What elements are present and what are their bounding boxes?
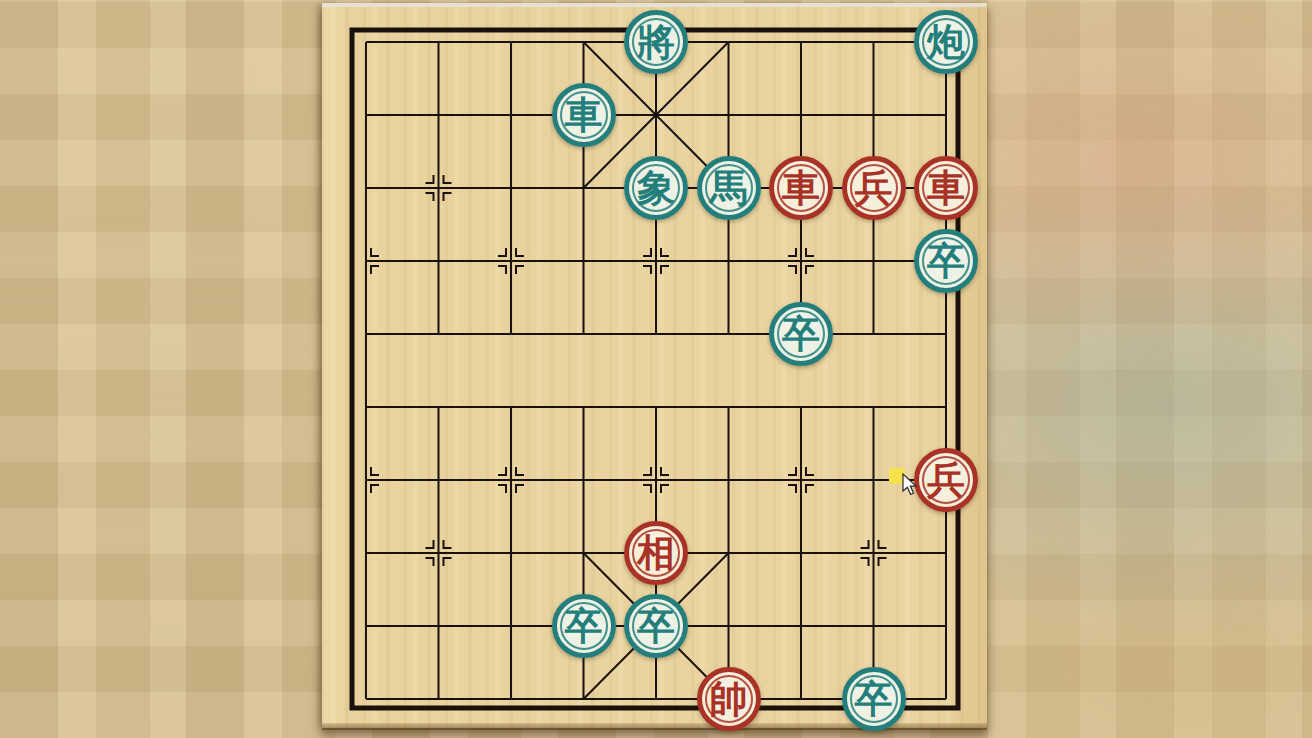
mouse-cursor-icon xyxy=(902,473,924,497)
piece-black-cannon[interactable]: 炮 xyxy=(914,10,978,74)
piece-black-chariot[interactable]: 車 xyxy=(552,83,616,147)
piece-black-soldier[interactable]: 卒 xyxy=(769,302,833,366)
xiangqi-board[interactable]: 將炮車象馬車兵車卒卒兵相卒卒帥卒 xyxy=(322,3,987,728)
piece-black-horse[interactable]: 馬 xyxy=(697,156,761,220)
piece-red-chariot[interactable]: 車 xyxy=(914,156,978,220)
piece-black-soldier[interactable]: 卒 xyxy=(914,229,978,293)
piece-black-soldier[interactable]: 卒 xyxy=(842,667,906,731)
xiangqi-app-window: 將炮車象馬車兵車卒卒兵相卒卒帥卒 xyxy=(0,0,1312,738)
piece-black-soldier[interactable]: 卒 xyxy=(552,594,616,658)
piece-red-elephant[interactable]: 相 xyxy=(624,521,688,585)
piece-black-elephant[interactable]: 象 xyxy=(624,156,688,220)
pieces-layer: 將炮車象馬車兵車卒卒兵相卒卒帥卒 xyxy=(322,3,987,728)
piece-black-general[interactable]: 將 xyxy=(624,10,688,74)
piece-black-soldier[interactable]: 卒 xyxy=(624,594,688,658)
piece-red-chariot[interactable]: 車 xyxy=(769,156,833,220)
piece-red-soldier[interactable]: 兵 xyxy=(842,156,906,220)
piece-red-general[interactable]: 帥 xyxy=(697,667,761,731)
